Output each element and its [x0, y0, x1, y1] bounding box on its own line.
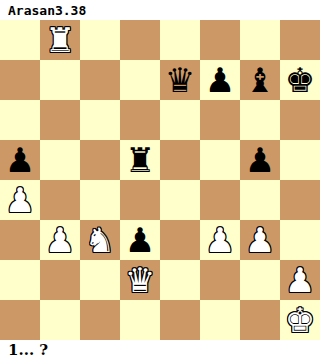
- square-e3[interactable]: [160, 220, 200, 260]
- square-c2[interactable]: [80, 260, 120, 300]
- move-prompt: 1... ?: [0, 341, 48, 359]
- square-c4[interactable]: [80, 180, 120, 220]
- piece-black-pawn[interactable]: ♟: [205, 60, 235, 100]
- square-e7[interactable]: ♛: [160, 60, 200, 100]
- square-d3[interactable]: ♟: [120, 220, 160, 260]
- square-b6[interactable]: [40, 100, 80, 140]
- status-bar: 1... ?: [0, 340, 320, 360]
- square-c3[interactable]: ♞: [80, 220, 120, 260]
- piece-black-pawn[interactable]: ♟: [245, 140, 275, 180]
- square-h4[interactable]: [280, 180, 320, 220]
- square-g3[interactable]: ♟: [240, 220, 280, 260]
- piece-white-pawn[interactable]: ♟: [245, 220, 275, 260]
- square-b3[interactable]: ♟: [40, 220, 80, 260]
- square-b2[interactable]: [40, 260, 80, 300]
- piece-white-pawn[interactable]: ♟: [285, 260, 315, 300]
- square-b8[interactable]: ♜: [40, 20, 80, 60]
- square-h2[interactable]: ♟: [280, 260, 320, 300]
- window-title: Arasan3.38: [0, 3, 86, 18]
- piece-white-pawn[interactable]: ♟: [5, 180, 35, 220]
- square-a5[interactable]: ♟: [0, 140, 40, 180]
- square-g6[interactable]: [240, 100, 280, 140]
- square-d2[interactable]: ♛: [120, 260, 160, 300]
- square-d1[interactable]: [120, 300, 160, 340]
- square-h6[interactable]: [280, 100, 320, 140]
- square-b1[interactable]: [40, 300, 80, 340]
- square-g4[interactable]: [240, 180, 280, 220]
- square-h8[interactable]: [280, 20, 320, 60]
- square-c8[interactable]: [80, 20, 120, 60]
- square-a7[interactable]: [0, 60, 40, 100]
- square-e1[interactable]: [160, 300, 200, 340]
- square-f5[interactable]: [200, 140, 240, 180]
- square-a4[interactable]: ♟: [0, 180, 40, 220]
- piece-black-king[interactable]: ♚: [285, 60, 315, 100]
- square-g7[interactable]: ♝: [240, 60, 280, 100]
- square-f7[interactable]: ♟: [200, 60, 240, 100]
- square-g1[interactable]: [240, 300, 280, 340]
- square-a6[interactable]: [0, 100, 40, 140]
- piece-white-king[interactable]: ♚: [285, 300, 315, 340]
- square-f8[interactable]: [200, 20, 240, 60]
- square-c5[interactable]: [80, 140, 120, 180]
- square-a3[interactable]: [0, 220, 40, 260]
- arasan-window: Arasan3.38 ♜♛♟♝♚♟♜♟♟♟♞♟♟♟♛♟♚ 1... ?: [0, 0, 320, 360]
- piece-white-rook[interactable]: ♜: [45, 20, 75, 60]
- square-h5[interactable]: [280, 140, 320, 180]
- square-h7[interactable]: ♚: [280, 60, 320, 100]
- square-e2[interactable]: [160, 260, 200, 300]
- piece-white-pawn[interactable]: ♟: [205, 220, 235, 260]
- square-d4[interactable]: [120, 180, 160, 220]
- square-f3[interactable]: ♟: [200, 220, 240, 260]
- square-f1[interactable]: [200, 300, 240, 340]
- square-d7[interactable]: [120, 60, 160, 100]
- chess-board: ♜♛♟♝♚♟♜♟♟♟♞♟♟♟♛♟♚: [0, 20, 320, 340]
- piece-black-rook[interactable]: ♜: [125, 140, 155, 180]
- square-b4[interactable]: [40, 180, 80, 220]
- square-g5[interactable]: ♟: [240, 140, 280, 180]
- square-d8[interactable]: [120, 20, 160, 60]
- square-b7[interactable]: [40, 60, 80, 100]
- square-h1[interactable]: ♚: [280, 300, 320, 340]
- square-g2[interactable]: [240, 260, 280, 300]
- piece-black-pawn[interactable]: ♟: [125, 220, 155, 260]
- title-bar: Arasan3.38: [0, 0, 320, 20]
- square-d5[interactable]: ♜: [120, 140, 160, 180]
- square-c7[interactable]: [80, 60, 120, 100]
- piece-black-bishop[interactable]: ♝: [245, 60, 275, 100]
- square-a8[interactable]: [0, 20, 40, 60]
- square-g8[interactable]: [240, 20, 280, 60]
- square-e8[interactable]: [160, 20, 200, 60]
- square-a1[interactable]: [0, 300, 40, 340]
- square-f6[interactable]: [200, 100, 240, 140]
- square-e5[interactable]: [160, 140, 200, 180]
- square-f2[interactable]: [200, 260, 240, 300]
- square-h3[interactable]: [280, 220, 320, 260]
- square-c1[interactable]: [80, 300, 120, 340]
- square-e6[interactable]: [160, 100, 200, 140]
- square-f4[interactable]: [200, 180, 240, 220]
- square-e4[interactable]: [160, 180, 200, 220]
- piece-black-pawn[interactable]: ♟: [5, 140, 35, 180]
- square-c6[interactable]: [80, 100, 120, 140]
- piece-white-knight[interactable]: ♞: [85, 220, 115, 260]
- square-d6[interactable]: [120, 100, 160, 140]
- square-a2[interactable]: [0, 260, 40, 300]
- piece-white-pawn[interactable]: ♟: [45, 220, 75, 260]
- piece-white-queen[interactable]: ♛: [125, 260, 155, 300]
- piece-black-queen[interactable]: ♛: [165, 60, 195, 100]
- square-b5[interactable]: [40, 140, 80, 180]
